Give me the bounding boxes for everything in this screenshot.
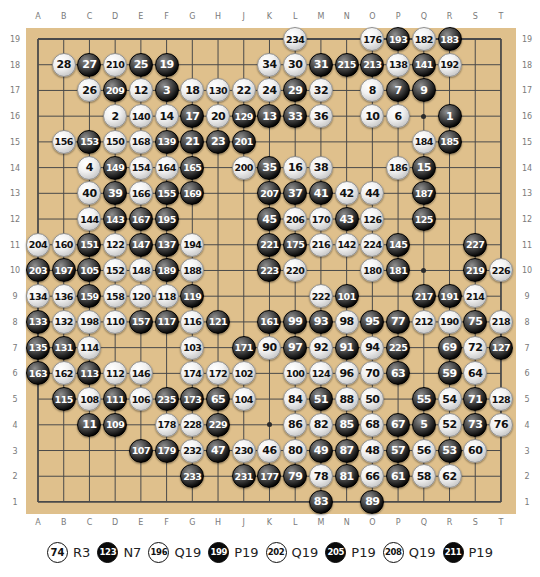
stone-M4[interactable]: 82 [309, 413, 333, 437]
stone-C14[interactable]: 4 [77, 156, 101, 180]
stone-K14[interactable]: 35 [257, 156, 281, 180]
col-label-bottom: G [189, 518, 195, 527]
stone-F17[interactable]: 3 [155, 78, 179, 102]
stone-N7[interactable]: 91 [335, 336, 359, 360]
col-label-bottom: D [112, 518, 118, 527]
row-label-left: 1 [12, 497, 17, 506]
stone-F11[interactable]: 137 [155, 233, 179, 257]
row-label-right: 7 [524, 343, 529, 352]
col-label-top: Q [421, 12, 427, 21]
col-label-bottom: Q [421, 518, 427, 527]
stone-Q5[interactable]: 55 [412, 387, 436, 411]
col-label-bottom: A [35, 518, 40, 527]
stone-E3[interactable]: 107 [129, 439, 153, 463]
stone-E12[interactable]: 167 [129, 207, 153, 231]
stone-B5[interactable]: 115 [52, 387, 76, 411]
stone-Q19[interactable]: 182 [412, 27, 436, 51]
stone-P3[interactable]: 57 [386, 439, 410, 463]
stone-R6[interactable]: 59 [438, 361, 462, 385]
row-label-left: 18 [10, 60, 20, 69]
caption-coord: P19 [234, 545, 258, 560]
stone-F4[interactable]: 178 [155, 413, 179, 437]
col-label-bottom: M [317, 518, 324, 527]
caption-stone-74: 74 [47, 542, 68, 563]
stone-Q15[interactable]: 184 [412, 130, 436, 154]
col-label-top: F [164, 12, 169, 21]
stone-A8[interactable]: 133 [26, 310, 50, 334]
stone-E14[interactable]: 154 [129, 156, 153, 180]
stone-P4[interactable]: 67 [386, 413, 410, 437]
row-label-right: 2 [524, 472, 529, 481]
stone-R3[interactable]: 53 [438, 439, 462, 463]
caption-entry: 74R3 [47, 542, 90, 563]
stone-G7[interactable]: 103 [180, 336, 204, 360]
stone-L7[interactable]: 97 [283, 336, 307, 360]
stone-M1[interactable]: 83 [309, 490, 333, 514]
stone-D11[interactable]: 122 [103, 233, 127, 257]
stone-J3[interactable]: 230 [232, 439, 256, 463]
stone-L4[interactable]: 86 [283, 413, 307, 437]
stone-J7[interactable]: 171 [232, 336, 256, 360]
stone-P8[interactable]: 77 [386, 310, 410, 334]
stone-O4[interactable]: 68 [360, 413, 384, 437]
col-label-top: J [243, 12, 245, 21]
caption-coord: N7 [123, 545, 141, 560]
stone-H8[interactable]: 121 [206, 310, 230, 334]
stone-O7[interactable]: 94 [360, 336, 384, 360]
caption-entry: 123N7 [97, 542, 141, 563]
stone-F18[interactable]: 19 [155, 53, 179, 77]
row-label-right: 19 [522, 35, 532, 44]
col-label-top: D [112, 12, 118, 21]
stone-T5[interactable]: 128 [489, 387, 513, 411]
stone-R9[interactable]: 191 [438, 284, 462, 308]
stone-R4[interactable]: 52 [438, 413, 462, 437]
stone-S7[interactable]: 72 [463, 336, 487, 360]
stone-D15[interactable]: 150 [103, 130, 127, 154]
stone-M2[interactable]: 78 [309, 464, 333, 488]
col-label-bottom: H [215, 518, 221, 527]
row-label-right: 5 [524, 395, 529, 404]
stone-L3[interactable]: 80 [283, 439, 307, 463]
stone-B7[interactable]: 131 [52, 336, 76, 360]
stone-E8[interactable]: 157 [129, 310, 153, 334]
stone-D8[interactable]: 110 [103, 310, 127, 334]
row-label-right: 9 [524, 292, 529, 301]
row-label-right: 18 [522, 60, 532, 69]
stone-E15[interactable]: 168 [129, 130, 153, 154]
row-label-left: 3 [12, 446, 17, 455]
stone-R18[interactable]: 192 [438, 53, 462, 77]
stone-Q9[interactable]: 217 [412, 284, 436, 308]
col-label-top: M [317, 12, 324, 21]
caption-entry: 196Q19 [148, 542, 201, 563]
stone-R15[interactable]: 185 [438, 130, 462, 154]
col-label-bottom: R [447, 518, 453, 527]
stone-L18[interactable]: 30 [283, 53, 307, 77]
stone-Q4[interactable]: 5 [412, 413, 436, 437]
row-label-left: 11 [10, 240, 20, 249]
stone-F10[interactable]: 189 [155, 258, 179, 282]
stone-S3[interactable]: 60 [463, 439, 487, 463]
col-label-bottom: P [396, 518, 401, 527]
stone-C7[interactable]: 114 [77, 336, 101, 360]
stone-N6[interactable]: 96 [335, 361, 359, 385]
row-label-right: 15 [522, 137, 532, 146]
stone-E11[interactable]: 147 [129, 233, 153, 257]
caption-stone-202: 202 [266, 542, 287, 563]
col-label-bottom: S [473, 518, 478, 527]
stone-N12[interactable]: 43 [335, 207, 359, 231]
stone-J15[interactable]: 201 [232, 130, 256, 154]
col-label-bottom: K [267, 518, 272, 527]
row-label-left: 7 [12, 343, 17, 352]
row-label-left: 19 [10, 35, 20, 44]
stone-L11[interactable]: 175 [283, 233, 307, 257]
stone-B6[interactable]: 162 [52, 361, 76, 385]
stone-O11[interactable]: 224 [360, 233, 384, 257]
row-label-left: 9 [12, 292, 17, 301]
stone-Q12[interactable]: 125 [412, 207, 436, 231]
col-label-top: C [87, 12, 93, 21]
stone-Q8[interactable]: 212 [412, 310, 436, 334]
stone-K7[interactable]: 90 [257, 336, 281, 360]
stone-T8[interactable]: 218 [489, 310, 513, 334]
row-label-left: 17 [10, 86, 20, 95]
row-label-left: 14 [10, 163, 20, 172]
row-label-right: 4 [524, 420, 529, 429]
col-label-top: B [61, 12, 67, 21]
stone-P14[interactable]: 186 [386, 156, 410, 180]
col-label-bottom: E [138, 518, 143, 527]
row-label-left: 10 [10, 266, 20, 275]
stone-T4[interactable]: 76 [489, 413, 513, 437]
caption-stone-199: 199 [208, 542, 229, 563]
caption-stone-196: 196 [148, 542, 169, 563]
caption-coord: P19 [469, 545, 493, 560]
row-label-right: 1 [524, 497, 529, 506]
stone-P11[interactable]: 145 [386, 233, 410, 257]
col-label-bottom: C [87, 518, 93, 527]
col-label-bottom: O [369, 518, 375, 527]
stone-N8[interactable]: 98 [335, 310, 359, 334]
col-label-top: N [344, 12, 350, 21]
stone-R8[interactable]: 190 [438, 310, 462, 334]
row-label-left: 16 [10, 112, 20, 121]
stone-N18[interactable]: 215 [335, 53, 359, 77]
stone-Q3[interactable]: 56 [412, 439, 436, 463]
row-label-right: 3 [524, 446, 529, 455]
row-label-right: 11 [522, 240, 532, 249]
col-label-top: K [267, 12, 272, 21]
stone-R19[interactable]: 183 [438, 27, 462, 51]
stone-H4[interactable]: 229 [206, 413, 230, 437]
stone-P18[interactable]: 138 [386, 53, 410, 77]
caption-coord: R3 [73, 545, 90, 560]
caption-entry: 211P19 [443, 542, 493, 563]
stone-Q14[interactable]: 15 [412, 156, 436, 180]
row-label-left: 13 [10, 189, 20, 198]
caption-stone-123: 123 [97, 542, 118, 563]
stone-L14[interactable]: 16 [283, 156, 307, 180]
stone-Q13[interactable]: 187 [412, 181, 436, 205]
stone-L19[interactable]: 234 [283, 27, 307, 51]
stone-B8[interactable]: 132 [52, 310, 76, 334]
stone-J5[interactable]: 104 [232, 387, 256, 411]
row-label-left: 2 [12, 472, 17, 481]
row-label-left: 8 [12, 317, 17, 326]
stone-D18[interactable]: 210 [103, 53, 127, 77]
stone-R2[interactable]: 62 [438, 464, 462, 488]
stone-Q18[interactable]: 141 [412, 53, 436, 77]
row-label-left: 15 [10, 137, 20, 146]
row-label-right: 8 [524, 317, 529, 326]
stone-R5[interactable]: 54 [438, 387, 462, 411]
caption-coord: Q19 [174, 545, 201, 560]
col-label-bottom: N [344, 518, 350, 527]
stone-H15[interactable]: 23 [206, 130, 230, 154]
stone-N2[interactable]: 81 [335, 464, 359, 488]
stone-Q2[interactable]: 58 [412, 464, 436, 488]
stone-H5[interactable]: 65 [206, 387, 230, 411]
stone-C18[interactable]: 27 [77, 53, 101, 77]
col-label-bottom: L [293, 518, 297, 527]
stone-N3[interactable]: 87 [335, 439, 359, 463]
stone-M7[interactable]: 92 [309, 336, 333, 360]
caption-coord: Q19 [409, 545, 436, 560]
stone-R7[interactable]: 69 [438, 336, 462, 360]
stone-K3[interactable]: 46 [257, 439, 281, 463]
row-label-right: 16 [522, 112, 532, 121]
stone-S8[interactable]: 75 [463, 310, 487, 334]
caption-entry: 202Q19 [266, 542, 319, 563]
row-label-left: 6 [12, 369, 17, 378]
row-label-right: 17 [522, 86, 532, 95]
stone-G11[interactable]: 194 [180, 233, 204, 257]
stone-P7[interactable]: 225 [386, 336, 410, 360]
stone-A7[interactable]: 135 [26, 336, 50, 360]
col-label-top: T [499, 12, 504, 21]
caption-coord: Q19 [292, 545, 319, 560]
stone-T7[interactable]: 127 [489, 336, 513, 360]
row-label-left: 12 [10, 215, 20, 224]
stone-F9[interactable]: 118 [155, 284, 179, 308]
stone-D12[interactable]: 143 [103, 207, 127, 231]
stone-M16[interactable]: 36 [309, 104, 333, 128]
stone-M9[interactable]: 222 [309, 284, 333, 308]
col-label-top: E [138, 12, 143, 21]
col-label-top: R [447, 12, 453, 21]
stone-M5[interactable]: 51 [309, 387, 333, 411]
caption-entry: 205P19 [325, 542, 375, 563]
stone-M18[interactable]: 31 [309, 53, 333, 77]
go-kifu-page: AABBCCDDEEFFGGHHJJKKLLMMNNOOPPQQRRSSTT19… [0, 0, 540, 577]
stone-H16[interactable]: 20 [206, 104, 230, 128]
stone-G14[interactable]: 165 [180, 156, 204, 180]
stone-L8[interactable]: 99 [283, 310, 307, 334]
stone-J16[interactable]: 129 [232, 104, 256, 128]
stone-F5[interactable]: 235 [155, 387, 179, 411]
stone-F12[interactable]: 195 [155, 207, 179, 231]
caption-entry: 208Q19 [383, 542, 436, 563]
stone-S11[interactable]: 227 [463, 233, 487, 257]
hoshi-point [421, 114, 426, 119]
stone-B11[interactable]: 160 [52, 233, 76, 257]
stone-N11[interactable]: 142 [335, 233, 359, 257]
col-label-top: A [35, 12, 40, 21]
row-label-right: 12 [522, 215, 532, 224]
row-label-left: 5 [12, 395, 17, 404]
stone-A11[interactable]: 204 [26, 233, 50, 257]
stone-N13[interactable]: 42 [335, 181, 359, 205]
stone-N5[interactable]: 88 [335, 387, 359, 411]
stone-G4[interactable]: 228 [180, 413, 204, 437]
stone-F15[interactable]: 139 [155, 130, 179, 154]
col-label-bottom: J [243, 518, 245, 527]
stone-J14[interactable]: 200 [232, 156, 256, 180]
stone-D4[interactable]: 109 [103, 413, 127, 437]
stone-M14[interactable]: 38 [309, 156, 333, 180]
stone-M12[interactable]: 170 [309, 207, 333, 231]
caption-stone-211: 211 [443, 542, 464, 563]
stone-P19[interactable]: 193 [386, 27, 410, 51]
stone-A9[interactable]: 134 [26, 284, 50, 308]
col-label-top: G [189, 12, 195, 21]
stone-E18[interactable]: 25 [129, 53, 153, 77]
row-label-right: 6 [524, 369, 529, 378]
caption-entry: 199P19 [208, 542, 258, 563]
col-label-bottom: F [164, 518, 169, 527]
caption-coord: P19 [351, 545, 375, 560]
stone-F14[interactable]: 164 [155, 156, 179, 180]
stone-J2[interactable]: 231 [232, 464, 256, 488]
stone-N9[interactable]: 101 [335, 284, 359, 308]
col-label-top: O [369, 12, 375, 21]
stone-R16[interactable]: 1 [438, 104, 462, 128]
caption-stone-208: 208 [383, 542, 404, 563]
stone-M11[interactable]: 216 [309, 233, 333, 257]
stone-E9[interactable]: 120 [129, 284, 153, 308]
stone-O18[interactable]: 213 [360, 53, 384, 77]
stone-N4[interactable]: 85 [335, 413, 359, 437]
col-label-bottom: T [499, 518, 504, 527]
stone-G3[interactable]: 232 [180, 439, 204, 463]
col-label-top: S [473, 12, 478, 21]
stone-M8[interactable]: 93 [309, 310, 333, 334]
row-label-left: 4 [12, 420, 17, 429]
stone-B15[interactable]: 156 [52, 130, 76, 154]
stone-F16[interactable]: 14 [155, 104, 179, 128]
col-label-top: H [215, 12, 221, 21]
stone-M3[interactable]: 49 [309, 439, 333, 463]
stone-H3[interactable]: 47 [206, 439, 230, 463]
row-label-right: 10 [522, 266, 532, 275]
col-label-top: P [396, 12, 401, 21]
stone-S4[interactable]: 73 [463, 413, 487, 437]
stone-B18[interactable]: 28 [52, 53, 76, 77]
col-label-bottom: B [61, 518, 67, 527]
stone-F3[interactable]: 179 [155, 439, 179, 463]
caption-stone-205: 205 [325, 542, 346, 563]
row-label-right: 14 [522, 163, 532, 172]
stone-J6[interactable]: 102 [232, 361, 256, 385]
stone-F8[interactable]: 117 [155, 310, 179, 334]
stone-D14[interactable]: 149 [103, 156, 127, 180]
stone-F13[interactable]: 155 [155, 181, 179, 205]
stone-O3[interactable]: 48 [360, 439, 384, 463]
col-label-top: L [293, 12, 297, 21]
caption: 74R3123N7196Q19199P19202Q19205P19208Q192… [0, 536, 540, 568]
stone-B9[interactable]: 136 [52, 284, 76, 308]
stone-E16[interactable]: 140 [129, 104, 153, 128]
stone-E5[interactable]: 106 [129, 387, 153, 411]
row-label-right: 13 [522, 189, 532, 198]
